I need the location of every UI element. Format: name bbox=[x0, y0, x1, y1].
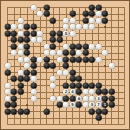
white-stone[interactable] bbox=[82, 102, 88, 108]
white-stone[interactable] bbox=[17, 43, 23, 49]
black-stone[interactable] bbox=[95, 82, 101, 88]
white-stone[interactable] bbox=[102, 50, 108, 56]
black-stone[interactable] bbox=[89, 4, 95, 10]
black-stone[interactable] bbox=[69, 50, 75, 56]
black-stone[interactable] bbox=[30, 69, 36, 75]
white-stone[interactable] bbox=[24, 63, 30, 69]
black-stone[interactable] bbox=[17, 37, 23, 43]
white-stone[interactable] bbox=[56, 95, 62, 101]
white-stone[interactable] bbox=[17, 56, 23, 62]
black-stone[interactable] bbox=[43, 56, 49, 62]
move-number-label: 2 bbox=[65, 90, 67, 94]
black-stone[interactable] bbox=[56, 102, 62, 108]
black-stone[interactable] bbox=[95, 115, 101, 121]
black-stone[interactable] bbox=[69, 95, 75, 101]
white-stone[interactable] bbox=[11, 24, 17, 30]
white-stone[interactable] bbox=[17, 50, 23, 56]
white-stone[interactable] bbox=[56, 50, 62, 56]
move-number-label: 7 bbox=[97, 103, 99, 107]
white-stone[interactable] bbox=[37, 56, 43, 62]
black-stone[interactable] bbox=[82, 17, 88, 23]
white-stone[interactable] bbox=[95, 11, 101, 17]
white-stone[interactable] bbox=[37, 30, 43, 36]
black-stone[interactable] bbox=[11, 89, 17, 95]
black-stone[interactable] bbox=[89, 82, 95, 88]
black-stone[interactable] bbox=[24, 76, 30, 82]
move-number-label: 3 bbox=[97, 96, 99, 100]
white-stone[interactable] bbox=[50, 95, 56, 101]
white-stone[interactable] bbox=[95, 17, 101, 23]
black-stone[interactable] bbox=[108, 95, 114, 101]
white-stone[interactable] bbox=[50, 76, 56, 82]
white-stone[interactable] bbox=[95, 43, 101, 49]
black-stone[interactable] bbox=[69, 69, 75, 75]
black-stone[interactable] bbox=[50, 63, 56, 69]
black-stone[interactable] bbox=[24, 69, 30, 75]
white-stone[interactable] bbox=[82, 95, 88, 101]
black-stone[interactable] bbox=[63, 63, 69, 69]
black-stone[interactable] bbox=[89, 11, 95, 17]
white-stone[interactable] bbox=[82, 24, 88, 30]
black-stone[interactable] bbox=[76, 43, 82, 49]
white-stone[interactable] bbox=[30, 76, 36, 82]
move-number-label: 8 bbox=[65, 31, 67, 35]
black-stone[interactable] bbox=[69, 82, 75, 88]
black-stone[interactable] bbox=[43, 108, 49, 114]
black-stone[interactable] bbox=[63, 82, 69, 88]
white-stone[interactable] bbox=[30, 89, 36, 95]
black-stone[interactable] bbox=[17, 89, 23, 95]
grid-line-v bbox=[124, 7, 125, 125]
black-stone[interactable] bbox=[56, 37, 62, 43]
white-stone[interactable] bbox=[17, 69, 23, 75]
white-stone[interactable] bbox=[43, 43, 49, 49]
black-stone[interactable] bbox=[11, 108, 17, 114]
black-stone[interactable] bbox=[24, 43, 30, 49]
black-stone[interactable] bbox=[43, 63, 49, 69]
black-stone[interactable] bbox=[82, 43, 88, 49]
white-stone[interactable] bbox=[82, 89, 88, 95]
black-stone[interactable] bbox=[24, 24, 30, 30]
white-stone[interactable]: 7 bbox=[95, 102, 101, 108]
white-stone[interactable] bbox=[89, 24, 95, 30]
black-stone[interactable] bbox=[63, 95, 69, 101]
move-number-label: 5 bbox=[91, 103, 93, 107]
black-stone[interactable] bbox=[43, 4, 49, 10]
white-stone[interactable] bbox=[56, 56, 62, 62]
black-stone[interactable] bbox=[102, 11, 108, 17]
move-number-label: 1 bbox=[104, 103, 106, 107]
white-stone[interactable] bbox=[76, 50, 82, 56]
black-stone[interactable] bbox=[11, 102, 17, 108]
black-stone[interactable] bbox=[102, 17, 108, 23]
black-stone[interactable] bbox=[63, 50, 69, 56]
white-stone[interactable] bbox=[69, 30, 75, 36]
white-stone[interactable] bbox=[89, 95, 95, 101]
white-stone[interactable] bbox=[30, 37, 36, 43]
white-stone[interactable] bbox=[108, 63, 114, 69]
white-stone[interactable] bbox=[50, 50, 56, 56]
black-stone[interactable] bbox=[24, 108, 30, 114]
black-stone[interactable] bbox=[95, 108, 101, 114]
black-stone[interactable] bbox=[24, 30, 30, 36]
black-stone[interactable] bbox=[50, 30, 56, 36]
white-stone[interactable] bbox=[4, 95, 10, 101]
black-stone[interactable] bbox=[76, 76, 82, 82]
black-stone[interactable] bbox=[17, 108, 23, 114]
black-stone[interactable] bbox=[24, 50, 30, 56]
black-stone[interactable] bbox=[30, 63, 36, 69]
black-stone[interactable] bbox=[17, 82, 23, 88]
black-stone[interactable] bbox=[89, 108, 95, 114]
black-stone[interactable] bbox=[50, 37, 56, 43]
black-stone[interactable] bbox=[4, 108, 10, 114]
white-stone[interactable] bbox=[63, 24, 69, 30]
white-stone[interactable] bbox=[4, 63, 10, 69]
black-stone[interactable] bbox=[82, 56, 88, 62]
move-number-label: 6 bbox=[78, 96, 80, 100]
white-stone[interactable] bbox=[56, 69, 62, 75]
black-stone[interactable] bbox=[11, 37, 17, 43]
black-stone[interactable] bbox=[89, 56, 95, 62]
black-stone[interactable] bbox=[43, 11, 49, 17]
black-stone[interactable] bbox=[30, 24, 36, 30]
black-stone[interactable] bbox=[4, 69, 10, 75]
black-stone[interactable] bbox=[50, 43, 56, 49]
black-stone[interactable] bbox=[108, 89, 114, 95]
black-stone[interactable] bbox=[4, 30, 10, 36]
white-stone[interactable]: 5 bbox=[89, 102, 95, 108]
white-stone[interactable] bbox=[17, 17, 23, 23]
black-stone[interactable] bbox=[102, 108, 108, 114]
black-stone[interactable] bbox=[102, 89, 108, 95]
move-number-label: 9 bbox=[71, 103, 73, 107]
white-stone[interactable] bbox=[30, 4, 36, 10]
go-board[interactable]: 824639571 bbox=[0, 0, 130, 130]
white-stone[interactable]: 8 bbox=[63, 30, 69, 36]
white-stone[interactable]: 6 bbox=[76, 95, 82, 101]
white-stone[interactable] bbox=[43, 50, 49, 56]
white-stone[interactable]: 3 bbox=[95, 95, 101, 101]
white-stone[interactable]: 2 bbox=[63, 89, 69, 95]
star-point bbox=[26, 104, 28, 106]
star-point bbox=[104, 65, 106, 67]
white-stone[interactable]: 4 bbox=[69, 89, 75, 95]
white-stone[interactable] bbox=[89, 89, 95, 95]
white-stone[interactable]: 9 bbox=[69, 102, 75, 108]
white-stone[interactable] bbox=[63, 17, 69, 23]
black-stone[interactable] bbox=[82, 50, 88, 56]
black-stone[interactable] bbox=[95, 4, 101, 10]
black-stone[interactable] bbox=[108, 102, 114, 108]
black-stone[interactable] bbox=[76, 89, 82, 95]
black-stone[interactable] bbox=[11, 30, 17, 36]
black-stone[interactable] bbox=[69, 76, 75, 82]
black-stone[interactable] bbox=[69, 11, 75, 17]
star-point bbox=[104, 26, 106, 28]
black-stone[interactable] bbox=[69, 56, 75, 62]
white-stone[interactable] bbox=[30, 95, 36, 101]
grid-line-h bbox=[7, 118, 125, 119]
white-stone[interactable] bbox=[63, 102, 69, 108]
black-stone[interactable] bbox=[4, 102, 10, 108]
black-stone[interactable] bbox=[30, 30, 36, 36]
black-stone[interactable] bbox=[82, 82, 88, 88]
black-stone[interactable] bbox=[11, 76, 17, 82]
white-stone[interactable] bbox=[50, 82, 56, 88]
black-stone[interactable]: 1 bbox=[102, 102, 108, 108]
black-stone[interactable] bbox=[69, 43, 75, 49]
white-stone[interactable] bbox=[89, 43, 95, 49]
white-stone[interactable] bbox=[69, 17, 75, 23]
black-stone[interactable] bbox=[95, 89, 101, 95]
white-stone[interactable] bbox=[4, 82, 10, 88]
white-stone[interactable] bbox=[95, 56, 101, 62]
white-stone[interactable] bbox=[69, 24, 75, 30]
black-stone[interactable] bbox=[4, 24, 10, 30]
black-stone[interactable] bbox=[76, 82, 82, 88]
black-stone[interactable] bbox=[56, 30, 62, 36]
black-stone[interactable] bbox=[11, 43, 17, 49]
go-app-window: 824639571 bbox=[0, 0, 130, 130]
black-stone[interactable] bbox=[17, 76, 23, 82]
black-stone[interactable] bbox=[11, 95, 17, 101]
black-stone[interactable] bbox=[76, 102, 82, 108]
white-stone[interactable] bbox=[4, 89, 10, 95]
white-stone[interactable] bbox=[11, 50, 17, 56]
black-stone[interactable] bbox=[30, 56, 36, 62]
grid-line-h bbox=[7, 124, 125, 125]
white-stone[interactable] bbox=[63, 69, 69, 75]
black-stone[interactable] bbox=[30, 82, 36, 88]
move-number-label: 4 bbox=[71, 90, 73, 94]
white-stone[interactable] bbox=[17, 30, 23, 36]
white-stone[interactable] bbox=[24, 56, 30, 62]
black-stone[interactable] bbox=[24, 37, 30, 43]
black-stone[interactable] bbox=[50, 17, 56, 23]
white-stone[interactable] bbox=[17, 24, 23, 30]
white-stone[interactable] bbox=[89, 17, 95, 23]
black-stone[interactable] bbox=[102, 95, 108, 101]
black-stone[interactable] bbox=[63, 56, 69, 62]
black-stone[interactable] bbox=[76, 56, 82, 62]
white-stone[interactable] bbox=[63, 43, 69, 49]
white-stone[interactable] bbox=[37, 11, 43, 17]
grid-line-v bbox=[118, 7, 119, 125]
white-stone[interactable] bbox=[76, 24, 82, 30]
white-stone[interactable] bbox=[37, 37, 43, 43]
black-stone[interactable] bbox=[82, 11, 88, 17]
